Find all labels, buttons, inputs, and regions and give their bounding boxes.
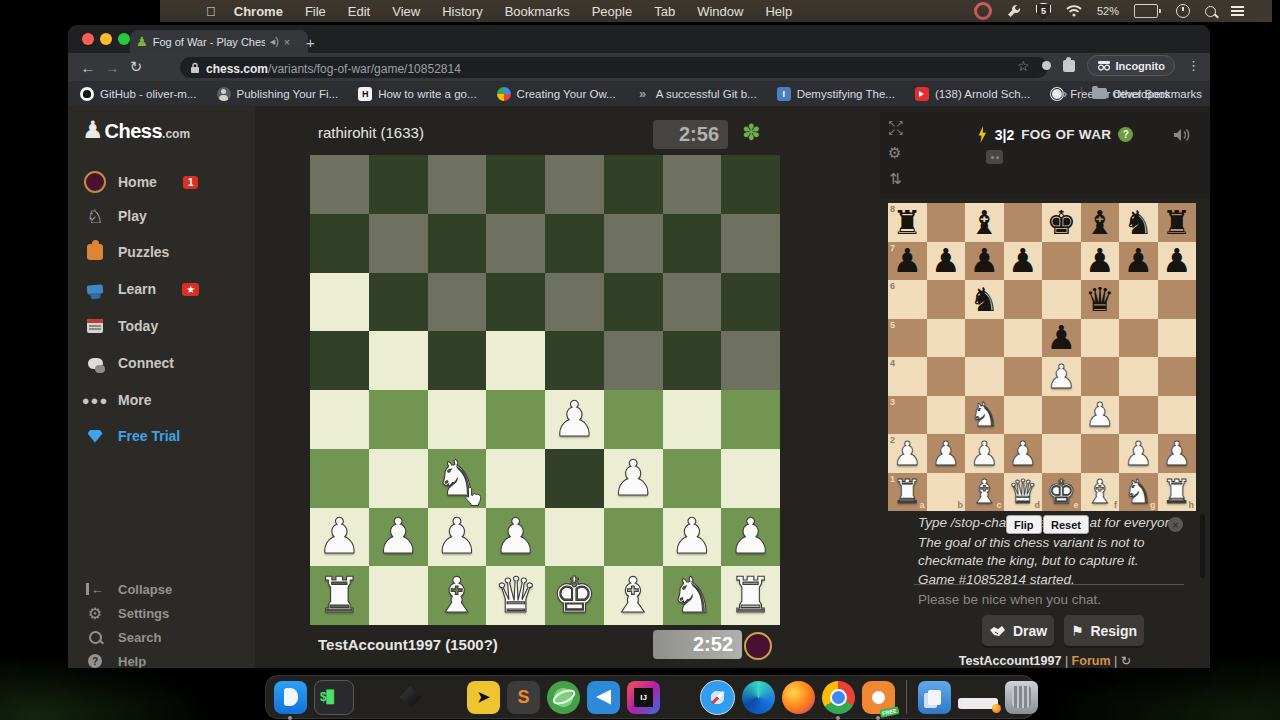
dock-sublime-icon[interactable]: S: [507, 681, 540, 714]
square-b5[interactable]: [369, 331, 428, 390]
shield-blocker-icon[interactable]: 5: [1036, 3, 1051, 20]
square-f1[interactable]: ♝: [604, 566, 663, 625]
bookmark-item[interactable]: Creating Your Ow...: [497, 87, 616, 101]
square-b4[interactable]: [369, 390, 428, 449]
rank-label: 8: [890, 204, 895, 214]
square-e3[interactable]: [1042, 396, 1081, 435]
square-a2[interactable]: ♟: [310, 508, 369, 567]
minimize-window-button[interactable]: [100, 33, 112, 45]
square-a1[interactable]: ♜1a: [888, 473, 927, 512]
black-rook[interactable]: ♜: [1162, 206, 1192, 239]
sidebar-item-more[interactable]: ●●●More: [84, 388, 151, 412]
sidebar-item-label: Learn: [118, 281, 156, 297]
black-pawn[interactable]: ♟: [931, 244, 961, 277]
white-rook[interactable]: ♜: [892, 475, 922, 508]
menu-help[interactable]: Help: [765, 4, 792, 19]
menu-bookmarks[interactable]: Bookmarks: [505, 4, 570, 19]
square-e4[interactable]: ♟: [1042, 357, 1081, 396]
square-f8[interactable]: ♝: [1081, 203, 1120, 242]
square-a6[interactable]: [310, 273, 369, 332]
challenge-icon[interactable]: [986, 150, 1003, 164]
file-label: e: [1073, 500, 1078, 510]
dock-idea-icon[interactable]: [627, 681, 660, 714]
white-pawn[interactable]: ♟: [376, 512, 420, 561]
chat-input[interactable]: Please be nice when you chat.: [918, 592, 1186, 607]
square-a3[interactable]: 3: [888, 396, 927, 435]
opponent-flair-icon: ✽: [742, 120, 760, 145]
square-d6[interactable]: [486, 273, 545, 332]
chat-close-icon[interactable]: ×: [1168, 517, 1183, 532]
square-g5[interactable]: [663, 331, 722, 390]
chat-placeholder: Please be nice when you chat.: [918, 592, 1101, 607]
back-button[interactable]: ←: [76, 59, 100, 76]
white-pawn[interactable]: ♟: [1046, 360, 1076, 393]
chesscom-logo[interactable]: ♟ Chess.com: [82, 116, 190, 144]
white-rook[interactable]: ♜: [1162, 475, 1192, 508]
square-f6[interactable]: [604, 273, 663, 332]
square-d7[interactable]: [486, 214, 545, 273]
square-c6[interactable]: [428, 273, 487, 332]
browser-menu-icon[interactable]: ⋮: [1187, 58, 1200, 73]
square-a8[interactable]: ♜8: [888, 203, 927, 242]
square-c8[interactable]: [428, 155, 487, 214]
white-pawn[interactable]: ♟: [435, 512, 479, 561]
settings-gear-icon[interactable]: ⚙: [888, 144, 901, 162]
square-b4[interactable]: [927, 357, 966, 396]
dock-chrome-icon[interactable]: [822, 681, 855, 714]
sidebar-footer-collapse[interactable]: ←Collapse: [84, 577, 172, 601]
white-pawn[interactable]: ♟: [494, 512, 538, 561]
square-f4[interactable]: [604, 390, 663, 449]
hand-cursor-icon: [464, 486, 481, 507]
black-knight[interactable]: ♞: [969, 283, 999, 316]
white-pawn[interactable]: ♟: [729, 512, 773, 561]
bookmark-item[interactable]: »A successful Git b...: [636, 87, 757, 101]
white-knight[interactable]: ♞: [969, 398, 999, 431]
square-h3[interactable]: [1158, 396, 1197, 435]
dock-edge-icon[interactable]: [742, 681, 775, 714]
bookmark-item[interactable]: IDemystifying The...: [777, 87, 895, 101]
square-h6[interactable]: [721, 273, 780, 332]
square-a4[interactable]: 4: [888, 357, 927, 396]
square-c6[interactable]: ♞: [965, 280, 1004, 319]
sidebar-item-label: Today: [118, 318, 158, 334]
forward-button[interactable]: →: [100, 59, 124, 76]
square-a7[interactable]: ♟7: [888, 242, 927, 281]
wrench-icon[interactable]: [1007, 4, 1021, 18]
square-c7[interactable]: ♟: [965, 242, 1004, 281]
black-pawn[interactable]: ♟: [1123, 244, 1153, 277]
running-indicator: [876, 716, 880, 720]
square-e8[interactable]: [545, 155, 604, 214]
square-h1[interactable]: ♜: [721, 566, 780, 625]
dock-divider: [906, 680, 907, 714]
dock-yellow-icon[interactable]: ➤: [467, 681, 500, 714]
square-h1[interactable]: ♜h: [1158, 473, 1197, 512]
white-pawn[interactable]: ♟: [611, 454, 655, 503]
square-f6[interactable]: ♛: [1081, 280, 1120, 319]
square-h5[interactable]: [721, 331, 780, 390]
white-king[interactable]: ♚: [1046, 475, 1076, 508]
square-d3[interactable]: [486, 449, 545, 508]
square-b7[interactable]: [369, 214, 428, 273]
black-pawn[interactable]: ♟: [1162, 244, 1192, 277]
sidebar-item-home[interactable]: Home1: [84, 170, 198, 194]
square-e4[interactable]: ♟: [545, 390, 604, 449]
puzzle-icon: [84, 244, 106, 260]
square-b8[interactable]: [927, 203, 966, 242]
file-label: c: [996, 500, 1001, 510]
square-a4[interactable]: [310, 390, 369, 449]
opponent-name[interactable]: rathirohit (1633): [318, 124, 424, 141]
bookmarks-overflow-icon[interactable]: »: [1057, 87, 1071, 101]
black-pawn[interactable]: ♟: [892, 244, 922, 277]
square-e1[interactable]: ♚e: [1042, 473, 1081, 512]
reload-button[interactable]: ↻: [124, 58, 148, 76]
black-pawn[interactable]: ♟: [1085, 244, 1115, 277]
square-g2[interactable]: ♟: [663, 508, 722, 567]
close-window-button[interactable]: [82, 33, 94, 45]
dock-atom-icon[interactable]: [547, 681, 580, 714]
square-a3[interactable]: [310, 449, 369, 508]
screen-time-icon[interactable]: [1176, 4, 1190, 18]
newspaper-icon: [84, 319, 106, 333]
square-b2[interactable]: ♟: [927, 434, 966, 473]
square-h2[interactable]: ♟: [721, 508, 780, 567]
square-b2[interactable]: ♟: [369, 508, 428, 567]
white-rook[interactable]: ♜: [317, 571, 361, 620]
square-d8[interactable]: [486, 155, 545, 214]
square-f1[interactable]: ♝f: [1081, 473, 1120, 512]
square-a2[interactable]: ♟2: [888, 434, 927, 473]
flip-board-icon[interactable]: ⇅: [889, 170, 902, 188]
record-indicator-icon[interactable]: [974, 2, 992, 20]
square-e7[interactable]: [1042, 242, 1081, 281]
square-e6[interactable]: [545, 273, 604, 332]
black-pawn[interactable]: ♟: [969, 244, 999, 277]
square-b1[interactable]: [369, 566, 428, 625]
sidebar-footer-settings[interactable]: ⚙Settings: [84, 601, 169, 625]
square-d1[interactable]: ♛: [486, 566, 545, 625]
sound-icon[interactable]: [1173, 128, 1191, 142]
square-a7[interactable]: [310, 214, 369, 273]
square-d4[interactable]: [486, 390, 545, 449]
white-pawn[interactable]: ♟: [892, 437, 922, 470]
menu-people[interactable]: People: [592, 4, 632, 19]
square-d1[interactable]: ♛d: [1004, 473, 1043, 512]
square-e3[interactable]: [545, 449, 604, 508]
flip-overlay-button[interactable]: Flip: [1006, 515, 1042, 534]
black-pawn[interactable]: ♟: [1008, 244, 1038, 277]
tab-title: Fog of War - Play Chess Va: [153, 36, 265, 48]
sidebar-footer-help[interactable]: ?Help: [84, 649, 146, 668]
square-e6[interactable]: [1042, 280, 1081, 319]
square-c8[interactable]: ♝: [965, 203, 1004, 242]
square-g8[interactable]: ♞: [1119, 203, 1158, 242]
black-knight[interactable]: ♞: [1123, 206, 1153, 239]
fullscreen-icon[interactable]: ↖↗↙↘: [888, 120, 906, 136]
square-g5[interactable]: [1119, 319, 1158, 358]
square-h5[interactable]: [1158, 319, 1197, 358]
tab-strip: ♟ Fog of War - Play Chess Va ◂) × +: [68, 25, 1210, 53]
square-h7[interactable]: ♟: [1158, 242, 1197, 281]
variant-help-icon[interactable]: ?: [1118, 127, 1133, 142]
diamond-icon: [84, 430, 106, 443]
square-e5[interactable]: [545, 331, 604, 390]
bookmark-item[interactable]: GitHub - oliver-m...: [80, 87, 197, 101]
magnifier-icon: [84, 631, 106, 644]
sidebar-item-connect[interactable]: Connect: [84, 351, 174, 375]
grad-cap-icon: [84, 285, 106, 294]
square-c4[interactable]: [965, 357, 1004, 396]
sidebar-item-free-trial[interactable]: Free Trial: [84, 424, 180, 448]
dock-vscode-icon[interactable]: [587, 681, 620, 714]
square-e5[interactable]: ♟: [1042, 319, 1081, 358]
footer-username[interactable]: TestAccount1997: [959, 654, 1062, 668]
square-d2[interactable]: ♟: [1004, 434, 1043, 473]
square-b3[interactable]: [927, 396, 966, 435]
white-king[interactable]: ♚: [552, 571, 596, 620]
white-knight[interactable]: ♞: [670, 571, 714, 620]
true-position-board: ♜8♝♚♝♞♜♟7♟♟♟♟♟♟6♞♛5♟4♟3♞♟♟2♟♟♟♟♟♜1ab♝c♛d…: [888, 203, 1196, 511]
square-f3[interactable]: ♟: [604, 449, 663, 508]
square-d5[interactable]: [486, 331, 545, 390]
opponent-clock: 2:56: [653, 120, 728, 149]
square-f7[interactable]: [604, 214, 663, 273]
square-c2[interactable]: ♟: [965, 434, 1004, 473]
square-f8[interactable]: [604, 155, 663, 214]
white-rook[interactable]: ♜: [729, 571, 773, 620]
sidebar-footer-search[interactable]: Search: [84, 625, 161, 649]
bookmark-item[interactable]: HHow to write a go...: [358, 87, 476, 101]
square-f2[interactable]: [1081, 434, 1120, 473]
square-c7[interactable]: [428, 214, 487, 273]
sidebar-item-label: Puzzles: [118, 244, 169, 260]
battery-icon: [1134, 4, 1161, 18]
browser-tab[interactable]: ♟ Fog of War - Play Chess Va ◂) ×: [130, 30, 308, 53]
new-tab-button[interactable]: +: [306, 34, 315, 51]
extension-dot-icon[interactable]: [1042, 61, 1051, 70]
menu-window[interactable]: Window: [697, 4, 743, 19]
square-c4[interactable]: [428, 390, 487, 449]
sidebar-item-puzzles[interactable]: Puzzles: [84, 240, 169, 264]
square-e1[interactable]: ♚: [545, 566, 604, 625]
chesscom-sidebar: ♟ Chess.com Home1♘PlayPuzzlesLearn★Today…: [68, 106, 255, 668]
bookmark-label: Creating Your Ow...: [517, 88, 616, 100]
white-pawn[interactable]: ♟: [1085, 398, 1115, 431]
square-e8[interactable]: ♚: [1042, 203, 1081, 242]
square-g3[interactable]: [1119, 396, 1158, 435]
bookmark-item[interactable]: (138) Arnold Sch...: [915, 87, 1030, 101]
square-d3[interactable]: [1004, 396, 1043, 435]
white-pawn[interactable]: ♟: [670, 512, 714, 561]
square-b6[interactable]: [927, 280, 966, 319]
square-c3[interactable]: ♞: [965, 396, 1004, 435]
dock-terminal-icon[interactable]: $▊: [314, 680, 354, 715]
tab-favicon-pawn-icon: ♟: [136, 34, 148, 49]
square-b8[interactable]: [369, 155, 428, 214]
white-pawn[interactable]: ♟: [1123, 437, 1153, 470]
sidebar-item-label: Connect: [118, 355, 174, 371]
tab-close-icon[interactable]: ×: [284, 36, 290, 48]
white-pawn[interactable]: ♟: [969, 437, 999, 470]
notification-center-icon[interactable]: [1231, 6, 1244, 15]
black-queen[interactable]: ♛: [1085, 283, 1115, 316]
black-rook[interactable]: ♜: [892, 206, 922, 239]
square-g6[interactable]: [1119, 280, 1158, 319]
square-g7[interactable]: [663, 214, 722, 273]
square-h3[interactable]: [721, 449, 780, 508]
white-pawn[interactable]: ♟: [1162, 437, 1192, 470]
menu-chrome[interactable]: Chrome: [234, 4, 283, 19]
dock-trash-icon[interactable]: [1005, 681, 1038, 714]
square-b7[interactable]: ♟: [927, 242, 966, 281]
file-label: h: [1189, 500, 1195, 510]
square-d5[interactable]: [1004, 319, 1043, 358]
square-g1[interactable]: ♞g: [1119, 473, 1158, 512]
square-g6[interactable]: [663, 273, 722, 332]
square-d7[interactable]: ♟: [1004, 242, 1043, 281]
square-h7[interactable]: [721, 214, 780, 273]
square-e7[interactable]: [545, 214, 604, 273]
bookmark-label: (138) Arnold Sch...: [935, 88, 1030, 100]
square-h8[interactable]: ♜: [1158, 203, 1197, 242]
apple-icon[interactable]: : [206, 4, 216, 19]
square-d2[interactable]: ♟: [486, 508, 545, 567]
rank-label: 6: [890, 281, 895, 291]
square-a8[interactable]: [310, 155, 369, 214]
sidebar-item-today[interactable]: Today: [84, 314, 158, 338]
dock-free-icon[interactable]: [862, 681, 895, 714]
menu-file[interactable]: File: [305, 4, 326, 19]
bookmark-item[interactable]: Publishing Your Fi...: [217, 87, 339, 101]
white-queen[interactable]: ♛: [1008, 475, 1038, 508]
divider: [914, 584, 1184, 585]
square-b3[interactable]: [369, 449, 428, 508]
chat-message: The goal of this chess variant is not to…: [918, 534, 1186, 570]
dock-inkscape-icon[interactable]: [394, 681, 427, 714]
sidebar-item-label: More: [118, 392, 151, 408]
white-pawn[interactable]: ♟: [317, 512, 361, 561]
sidebar-item-learn[interactable]: Learn★: [84, 277, 199, 301]
square-h2[interactable]: ♟: [1158, 434, 1197, 473]
square-g1[interactable]: ♞: [663, 566, 722, 625]
address-bar[interactable]: chess.com/variants/fog-of-war/game/10852…: [180, 57, 1048, 78]
square-h4[interactable]: [721, 390, 780, 449]
square-a6[interactable]: 6: [888, 280, 927, 319]
chat-scrollbar[interactable]: [1200, 514, 1205, 578]
menu-view[interactable]: View: [392, 4, 420, 19]
white-bishop[interactable]: ♝: [1085, 475, 1115, 508]
square-f5[interactable]: [1081, 319, 1120, 358]
rank-label: 4: [890, 358, 895, 368]
reset-overlay-button[interactable]: Reset: [1043, 515, 1089, 534]
square-c5[interactable]: [965, 319, 1004, 358]
macos-menu-bar:  ChromeFileEditViewHistoryBookmarksPeop…: [160, 0, 1272, 22]
square-g3[interactable]: [663, 449, 722, 508]
square-d6[interactable]: [1004, 280, 1043, 319]
square-g8[interactable]: [663, 155, 722, 214]
white-pawn[interactable]: ♟: [931, 437, 961, 470]
dock-minwin-icon[interactable]: [958, 698, 998, 709]
white-bishop[interactable]: ♝: [435, 571, 479, 620]
menu-tab[interactable]: Tab: [654, 4, 675, 19]
square-c1[interactable]: ♝c: [965, 473, 1004, 512]
white-pawn[interactable]: ♟: [552, 395, 596, 444]
white-knight[interactable]: ♞: [1123, 475, 1153, 508]
square-c1[interactable]: ♝: [428, 566, 487, 625]
square-g4[interactable]: [1119, 357, 1158, 396]
square-c5[interactable]: [428, 331, 487, 390]
square-d4[interactable]: [1004, 357, 1043, 396]
white-bishop[interactable]: ♝: [611, 571, 655, 620]
bookmark-star-icon[interactable]: ☆: [1017, 58, 1030, 74]
square-h8[interactable]: [721, 155, 780, 214]
player-name[interactable]: TestAccount1997 (1500?): [318, 636, 498, 653]
dock-downloads-icon[interactable]: [918, 681, 951, 714]
letter-i-favicon-icon: I: [777, 87, 791, 101]
menu-history[interactable]: History: [442, 4, 482, 19]
file-label: g: [1150, 500, 1156, 510]
square-a5[interactable]: 5: [888, 319, 927, 358]
square-b6[interactable]: [369, 273, 428, 332]
square-e2[interactable]: [1042, 434, 1081, 473]
square-h4[interactable]: [1158, 357, 1197, 396]
bookmark-label: A successful Git b...: [656, 88, 757, 100]
footer-forum-link[interactable]: Forum: [1072, 654, 1111, 668]
square-d8[interactable]: [1004, 203, 1043, 242]
white-pawn[interactable]: ♟: [1008, 437, 1038, 470]
game-panel: ↖↗↙↘ ⚙ ⇅ 3|2 FOG OF WAR ? ♜8♝♚♝♞♜♟7♟♟♟♟♟…: [880, 106, 1210, 668]
zoom-window-button[interactable]: [118, 33, 130, 45]
square-h6[interactable]: [1158, 280, 1197, 319]
black-pawn[interactable]: ♟: [1046, 321, 1076, 354]
dock-finder-icon[interactable]: [274, 681, 307, 714]
white-queen[interactable]: ♛: [494, 571, 538, 620]
black-bishop[interactable]: ♝: [969, 206, 999, 239]
square-g2[interactable]: ♟: [1119, 434, 1158, 473]
square-a1[interactable]: ♜: [310, 566, 369, 625]
sidebar-item-play[interactable]: ♘Play: [84, 204, 147, 228]
wifi-icon[interactable]: [1066, 5, 1082, 17]
square-g4[interactable]: [663, 390, 722, 449]
other-bookmarks[interactable]: Other Bookmarks: [1092, 88, 1202, 100]
square-f2[interactable]: [604, 508, 663, 567]
footer-refresh-icon[interactable]: ↻: [1121, 654, 1131, 668]
square-b1[interactable]: b: [927, 473, 966, 512]
dock-safari-icon[interactable]: [700, 680, 735, 715]
dock-firefox-icon[interactable]: [782, 681, 815, 714]
spotlight-icon[interactable]: [1205, 6, 1216, 17]
sidebar-badge: 1: [183, 176, 199, 189]
black-king[interactable]: ♚: [1046, 206, 1076, 239]
square-c2[interactable]: ♟: [428, 508, 487, 567]
square-f4[interactable]: [1081, 357, 1120, 396]
menu-edit[interactable]: Edit: [348, 4, 370, 19]
draw-button[interactable]: Draw: [982, 615, 1054, 646]
square-f7[interactable]: ♟: [1081, 242, 1120, 281]
extensions-puzzle-icon[interactable]: [1063, 60, 1075, 72]
square-f3[interactable]: ♟: [1081, 396, 1120, 435]
square-f5[interactable]: [604, 331, 663, 390]
square-g7[interactable]: ♟: [1119, 242, 1158, 281]
resign-button[interactable]: ⚑ Resign: [1064, 615, 1144, 646]
square-e2[interactable]: [545, 508, 604, 567]
white-bishop[interactable]: ♝: [969, 475, 999, 508]
square-a5[interactable]: [310, 331, 369, 390]
square-b5[interactable]: [927, 319, 966, 358]
black-bishop[interactable]: ♝: [1085, 206, 1115, 239]
